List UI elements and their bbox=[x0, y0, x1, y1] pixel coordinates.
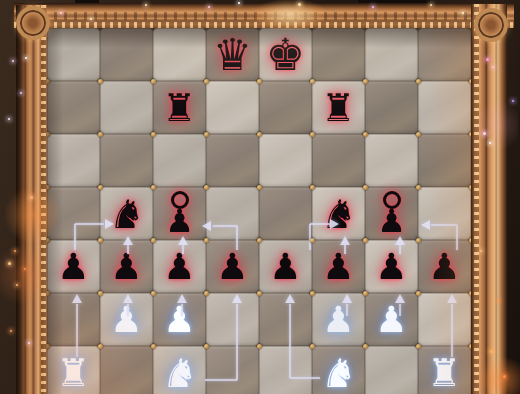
pawn-icon: ♟ bbox=[322, 249, 354, 285]
white-pawn-g3[interactable]: ♟ bbox=[365, 293, 418, 346]
black-knight-f5[interactable]: ♞ bbox=[312, 187, 365, 240]
square-e6[interactable] bbox=[259, 134, 312, 187]
square-f3[interactable]: ♟ bbox=[312, 293, 365, 346]
halo-bishop-icon: ♟ bbox=[377, 191, 406, 237]
black-pawn-f4[interactable]: ♟ bbox=[312, 240, 365, 293]
pawn-icon: ♟ bbox=[163, 302, 195, 338]
square-a4[interactable]: ♟ bbox=[47, 240, 100, 293]
square-f2[interactable]: ♞ bbox=[312, 346, 365, 394]
square-d7[interactable] bbox=[206, 81, 259, 134]
square-g7[interactable] bbox=[365, 81, 418, 134]
square-e7[interactable] bbox=[259, 81, 312, 134]
black-pawn-d4[interactable]: ♟ bbox=[206, 240, 259, 293]
square-a8[interactable] bbox=[47, 28, 100, 81]
pawn-icon: ♟ bbox=[110, 302, 142, 338]
square-f5[interactable]: ♞ bbox=[312, 187, 365, 240]
rook-icon: ♜ bbox=[56, 354, 90, 392]
square-a7[interactable] bbox=[47, 81, 100, 134]
white-pawn-c3[interactable]: ♟ bbox=[153, 293, 206, 346]
square-h5[interactable] bbox=[418, 187, 471, 240]
game-screen: ♛♚♜♜♞♟♞♟♟♟♟♟♟♟♟♟♟♟♟♟♜♞♞♜ bbox=[0, 0, 520, 394]
square-h6[interactable] bbox=[418, 134, 471, 187]
black-bishop-g5[interactable]: ♟ bbox=[365, 187, 418, 240]
black-pawn-g4[interactable]: ♟ bbox=[365, 240, 418, 293]
sparkle-particle bbox=[10, 330, 12, 332]
square-e4[interactable]: ♟ bbox=[259, 240, 312, 293]
square-a6[interactable] bbox=[47, 134, 100, 187]
board-grid: ♛♚♜♜♞♟♞♟♟♟♟♟♟♟♟♟♟♟♟♟♜♞♞♜ bbox=[47, 28, 471, 394]
square-d3[interactable] bbox=[206, 293, 259, 346]
pawn-icon: ♟ bbox=[375, 249, 407, 285]
square-g2[interactable] bbox=[365, 346, 418, 394]
square-h8[interactable] bbox=[418, 28, 471, 81]
white-pawn-f3[interactable]: ♟ bbox=[312, 293, 365, 346]
black-rook-c7[interactable]: ♜ bbox=[153, 81, 206, 134]
square-c6[interactable] bbox=[153, 134, 206, 187]
square-e5[interactable] bbox=[259, 187, 312, 240]
square-g6[interactable] bbox=[365, 134, 418, 187]
square-h2[interactable]: ♜ bbox=[418, 346, 471, 394]
pawn-icon: ♟ bbox=[57, 249, 89, 285]
square-c2[interactable]: ♞ bbox=[153, 346, 206, 394]
square-c3[interactable]: ♟ bbox=[153, 293, 206, 346]
white-knight-c2[interactable]: ♞ bbox=[153, 346, 206, 394]
square-h3[interactable] bbox=[418, 293, 471, 346]
square-b6[interactable] bbox=[100, 134, 153, 187]
square-g8[interactable] bbox=[365, 28, 418, 81]
square-e3[interactable] bbox=[259, 293, 312, 346]
board-frame-right bbox=[471, 4, 507, 394]
white-rook-a2[interactable]: ♜ bbox=[47, 346, 100, 394]
square-d2[interactable] bbox=[206, 346, 259, 394]
queen-icon: ♛ bbox=[213, 33, 252, 77]
square-a3[interactable] bbox=[47, 293, 100, 346]
black-rook-f7[interactable]: ♜ bbox=[312, 81, 365, 134]
square-c7[interactable]: ♜ bbox=[153, 81, 206, 134]
chess-board: ♛♚♜♜♞♟♞♟♟♟♟♟♟♟♟♟♟♟♟♟♜♞♞♜ bbox=[47, 28, 471, 394]
sparkle-particle bbox=[12, 60, 14, 62]
rook-icon: ♜ bbox=[162, 89, 196, 127]
square-g4[interactable]: ♟ bbox=[365, 240, 418, 293]
board-frame-top bbox=[14, 3, 514, 28]
black-king-e8[interactable]: ♚ bbox=[259, 28, 312, 81]
square-b2[interactable] bbox=[100, 346, 153, 394]
square-f7[interactable]: ♜ bbox=[312, 81, 365, 134]
knight-icon: ♞ bbox=[109, 194, 145, 234]
black-pawn-b4[interactable]: ♟ bbox=[100, 240, 153, 293]
pawn-icon: ♟ bbox=[216, 249, 248, 285]
frame-corner-ornament-left bbox=[16, 6, 50, 40]
square-d6[interactable] bbox=[206, 134, 259, 187]
sparkle-particle bbox=[8, 118, 10, 120]
white-rook-h2[interactable]: ♜ bbox=[418, 346, 471, 394]
frame-corner-ornament-right bbox=[474, 8, 508, 42]
pawn-icon: ♟ bbox=[375, 302, 407, 338]
square-c4[interactable]: ♟ bbox=[153, 240, 206, 293]
white-knight-f2[interactable]: ♞ bbox=[312, 346, 365, 394]
pawn-icon: ♟ bbox=[428, 249, 460, 285]
square-g5[interactable]: ♟ bbox=[365, 187, 418, 240]
white-pawn-b3[interactable]: ♟ bbox=[100, 293, 153, 346]
square-a2[interactable]: ♜ bbox=[47, 346, 100, 394]
knight-icon: ♞ bbox=[321, 194, 357, 234]
black-knight-b5[interactable]: ♞ bbox=[100, 187, 153, 240]
square-f6[interactable] bbox=[312, 134, 365, 187]
square-c5[interactable]: ♟ bbox=[153, 187, 206, 240]
king-icon: ♚ bbox=[266, 33, 305, 77]
square-b5[interactable]: ♞ bbox=[100, 187, 153, 240]
board-frame-left bbox=[16, 5, 47, 394]
square-e8[interactable]: ♚ bbox=[259, 28, 312, 81]
black-pawn-h4[interactable]: ♟ bbox=[418, 240, 471, 293]
halo-bishop-icon: ♟ bbox=[165, 191, 194, 237]
square-c8[interactable] bbox=[153, 28, 206, 81]
square-b3[interactable]: ♟ bbox=[100, 293, 153, 346]
square-b4[interactable]: ♟ bbox=[100, 240, 153, 293]
square-a5[interactable] bbox=[47, 187, 100, 240]
square-d5[interactable] bbox=[206, 187, 259, 240]
rook-icon: ♜ bbox=[321, 89, 355, 127]
rook-icon: ♜ bbox=[427, 354, 461, 392]
square-e2[interactable] bbox=[259, 346, 312, 394]
square-d8[interactable]: ♛ bbox=[206, 28, 259, 81]
pawn-icon: ♟ bbox=[110, 249, 142, 285]
black-pawn-c4[interactable]: ♟ bbox=[153, 240, 206, 293]
pawn-icon: ♟ bbox=[163, 249, 195, 285]
square-d4[interactable]: ♟ bbox=[206, 240, 259, 293]
black-queen-d8[interactable]: ♛ bbox=[206, 28, 259, 81]
knight-icon: ♞ bbox=[321, 353, 357, 393]
square-f8[interactable] bbox=[312, 28, 365, 81]
pawn-icon: ♟ bbox=[322, 302, 354, 338]
knight-icon: ♞ bbox=[162, 353, 198, 393]
square-g3[interactable]: ♟ bbox=[365, 293, 418, 346]
sparkle-particle bbox=[8, 262, 11, 265]
black-bishop-c5[interactable]: ♟ bbox=[153, 187, 206, 240]
square-f4[interactable]: ♟ bbox=[312, 240, 365, 293]
square-b7[interactable] bbox=[100, 81, 153, 134]
black-pawn-e4[interactable]: ♟ bbox=[259, 240, 312, 293]
square-h4[interactable]: ♟ bbox=[418, 240, 471, 293]
square-b8[interactable] bbox=[100, 28, 153, 81]
black-pawn-a4[interactable]: ♟ bbox=[47, 240, 100, 293]
sparkle-particle bbox=[512, 100, 514, 102]
pawn-icon: ♟ bbox=[269, 249, 301, 285]
square-h7[interactable] bbox=[418, 81, 471, 134]
